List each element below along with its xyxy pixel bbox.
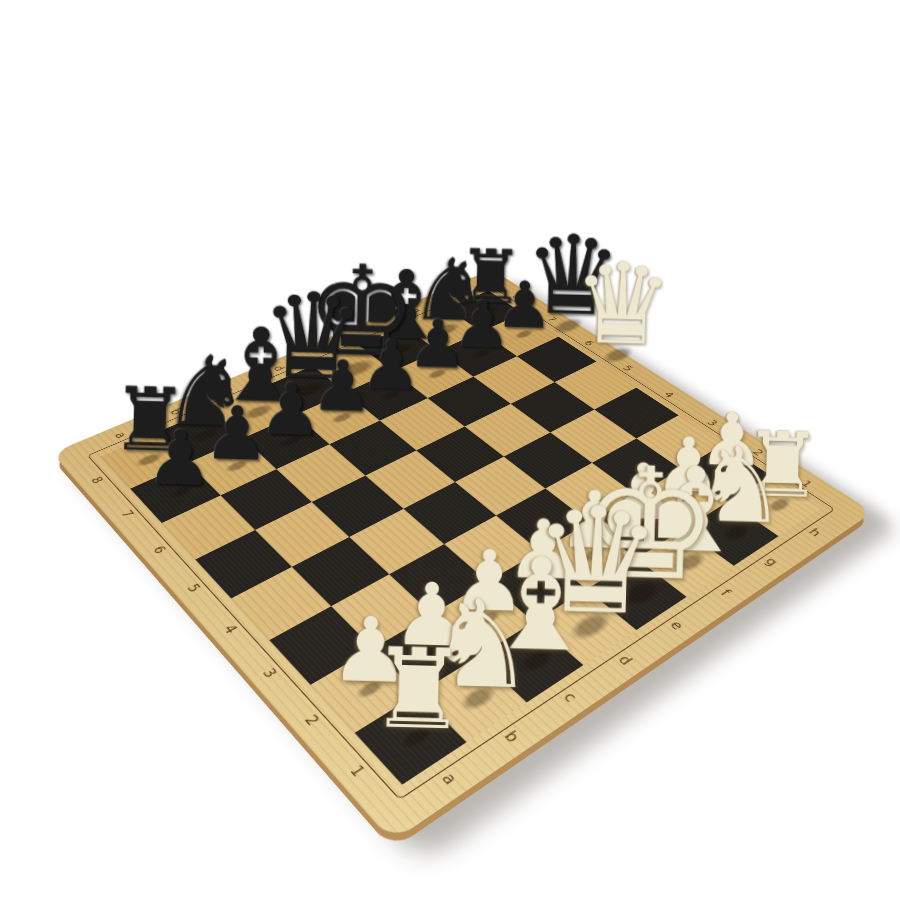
photo-scene: aabbccddeeffgghh1122334455667788 ♜♛♞♟♛♝♟… bbox=[0, 0, 900, 900]
square-a5[interactable] bbox=[195, 530, 292, 598]
square-a6[interactable] bbox=[162, 495, 255, 559]
chess-board: aabbccddeeffgghh1122334455667788 ♜♛♞♟♛♝♟… bbox=[52, 269, 873, 842]
black-pawn-icon: ♟ bbox=[57, 417, 304, 499]
white-rook-icon: ♜ bbox=[267, 630, 570, 748]
square-c5[interactable] bbox=[312, 476, 404, 537]
square-b5[interactable] bbox=[255, 502, 349, 567]
